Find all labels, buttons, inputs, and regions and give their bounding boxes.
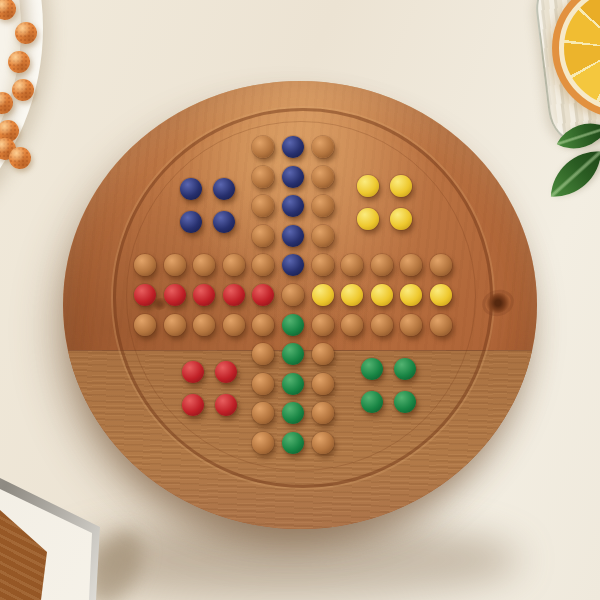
marble-wood[interactable]: [312, 343, 334, 365]
marble-wood[interactable]: [312, 314, 334, 336]
marble-yellow[interactable]: [312, 284, 334, 306]
marble-wood[interactable]: [312, 166, 334, 188]
marble-yellow[interactable]: [390, 208, 412, 230]
marble-green[interactable]: [394, 391, 416, 413]
marble-wood[interactable]: [312, 432, 334, 454]
marble-wood[interactable]: [164, 314, 186, 336]
marble-green[interactable]: [282, 432, 304, 454]
scene: [0, 0, 600, 600]
marble-red[interactable]: [223, 284, 245, 306]
marble-wood[interactable]: [252, 314, 274, 336]
marble-wood[interactable]: [134, 314, 156, 336]
marble-blue[interactable]: [213, 211, 235, 233]
snack-ball: [9, 147, 31, 169]
marble-wood[interactable]: [312, 136, 334, 158]
snack-ball: [0, 92, 13, 114]
marble-green[interactable]: [282, 373, 304, 395]
marble-wood[interactable]: [430, 314, 452, 336]
marble-yellow[interactable]: [430, 284, 452, 306]
marble-wood[interactable]: [193, 314, 215, 336]
game-board: [63, 81, 537, 529]
snack-ball: [15, 22, 37, 44]
marble-blue[interactable]: [282, 166, 304, 188]
marble-wood[interactable]: [223, 314, 245, 336]
marble-blue[interactable]: [282, 136, 304, 158]
marble-red[interactable]: [134, 284, 156, 306]
marble-green[interactable]: [361, 391, 383, 413]
marble-red[interactable]: [164, 284, 186, 306]
marble-wood[interactable]: [282, 284, 304, 306]
marble-wood[interactable]: [400, 314, 422, 336]
marble-wood[interactable]: [371, 314, 393, 336]
marble-blue[interactable]: [180, 211, 202, 233]
marble-wood[interactable]: [252, 166, 274, 188]
marble-green[interactable]: [361, 358, 383, 380]
marble-yellow[interactable]: [357, 208, 379, 230]
marble-yellow[interactable]: [390, 175, 412, 197]
leaf-large: [551, 149, 600, 199]
marble-red[interactable]: [215, 394, 237, 416]
marble-blue[interactable]: [282, 225, 304, 247]
marble-blue[interactable]: [180, 178, 202, 200]
marble-green[interactable]: [394, 358, 416, 380]
snack-ball: [8, 51, 30, 73]
marble-green[interactable]: [282, 314, 304, 336]
snack-ball: [12, 79, 34, 101]
marble-blue[interactable]: [213, 178, 235, 200]
marble-red[interactable]: [182, 394, 204, 416]
marble-wood[interactable]: [312, 195, 334, 217]
marble-red[interactable]: [215, 361, 237, 383]
marble-yellow[interactable]: [371, 284, 393, 306]
marble-wood[interactable]: [312, 225, 334, 247]
marble-wood[interactable]: [341, 314, 363, 336]
marble-wood[interactable]: [312, 254, 334, 276]
marble-wood[interactable]: [164, 254, 186, 276]
snack-plate: [0, 0, 43, 278]
marble-wood[interactable]: [312, 373, 334, 395]
marble-red[interactable]: [182, 361, 204, 383]
marble-yellow[interactable]: [357, 175, 379, 197]
marble-wood[interactable]: [312, 402, 334, 424]
